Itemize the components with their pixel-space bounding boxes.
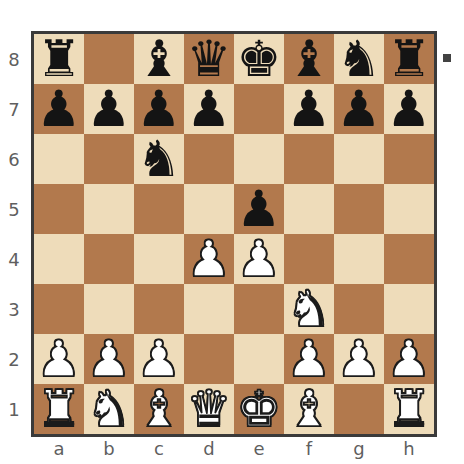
square-b1[interactable]: ♞: [84, 384, 134, 434]
rank-labels: 87654321: [0, 34, 28, 434]
square-b2[interactable]: ♟: [84, 334, 134, 384]
square-h3[interactable]: [384, 284, 434, 334]
file-label-b: b: [84, 438, 134, 462]
chess-board: ♜♝♛♚♝♞♜♟♟♟♟♟♟♟♞♟♟♟♞♟♟♟♟♟♟♜♞♝♛♚♝♜: [34, 34, 434, 434]
rank-label-2: 2: [0, 334, 28, 384]
file-label-d: d: [184, 438, 234, 462]
piece-black-rook[interactable]: ♜: [37, 34, 82, 84]
piece-white-knight[interactable]: ♞: [87, 384, 132, 434]
square-e3[interactable]: [234, 284, 284, 334]
piece-white-pawn[interactable]: ♟: [387, 334, 432, 384]
square-h4[interactable]: [384, 234, 434, 284]
square-d6[interactable]: [184, 134, 234, 184]
piece-black-pawn[interactable]: ♟: [237, 184, 282, 234]
square-f6[interactable]: [284, 134, 334, 184]
square-e7[interactable]: [234, 84, 284, 134]
square-a6[interactable]: [34, 134, 84, 184]
square-b6[interactable]: [84, 134, 134, 184]
square-b8[interactable]: [84, 34, 134, 84]
rank-label-6: 6: [0, 134, 28, 184]
square-h5[interactable]: [384, 184, 434, 234]
square-d7[interactable]: ♟: [184, 84, 234, 134]
file-label-g: g: [334, 438, 384, 462]
piece-white-pawn[interactable]: ♟: [87, 334, 132, 384]
file-label-h: h: [384, 438, 434, 462]
square-e2[interactable]: [234, 334, 284, 384]
square-a1[interactable]: ♜: [34, 384, 84, 434]
square-g4[interactable]: [334, 234, 384, 284]
file-label-e: e: [234, 438, 284, 462]
square-g3[interactable]: [334, 284, 384, 334]
square-b7[interactable]: ♟: [84, 84, 134, 134]
square-a3[interactable]: [34, 284, 84, 334]
piece-black-king[interactable]: ♚: [237, 34, 282, 84]
piece-black-pawn[interactable]: ♟: [137, 84, 182, 134]
file-label-c: c: [134, 438, 184, 462]
piece-black-knight[interactable]: ♞: [337, 34, 382, 84]
piece-black-pawn[interactable]: ♟: [87, 84, 132, 134]
square-h7[interactable]: ♟: [384, 84, 434, 134]
square-f1[interactable]: ♝: [284, 384, 334, 434]
piece-black-pawn[interactable]: ♟: [287, 84, 332, 134]
chess-app: 87654321 ♜♝♛♚♝♞♜♟♟♟♟♟♟♟♞♟♟♟♞♟♟♟♟♟♟♜♞♝♛♚♝…: [0, 0, 464, 464]
square-c6[interactable]: ♞: [134, 134, 184, 184]
piece-white-pawn[interactable]: ♟: [337, 334, 382, 384]
square-c3[interactable]: [134, 284, 184, 334]
piece-black-queen[interactable]: ♛: [187, 34, 232, 84]
square-e4[interactable]: ♟: [234, 234, 284, 284]
square-g5[interactable]: [334, 184, 384, 234]
square-e6[interactable]: [234, 134, 284, 184]
piece-white-bishop[interactable]: ♝: [137, 384, 182, 434]
square-c5[interactable]: [134, 184, 184, 234]
piece-black-bishop[interactable]: ♝: [137, 34, 182, 84]
piece-black-pawn[interactable]: ♟: [37, 84, 82, 134]
square-g2[interactable]: ♟: [334, 334, 384, 384]
rank-label-7: 7: [0, 84, 28, 134]
square-a8[interactable]: ♜: [34, 34, 84, 84]
square-a5[interactable]: [34, 184, 84, 234]
rank-label-8: 8: [0, 34, 28, 84]
square-d3[interactable]: [184, 284, 234, 334]
rank-label-3: 3: [0, 284, 28, 334]
square-d4[interactable]: ♟: [184, 234, 234, 284]
piece-white-king[interactable]: ♚: [237, 384, 282, 434]
piece-black-pawn[interactable]: ♟: [387, 84, 432, 134]
square-h2[interactable]: ♟: [384, 334, 434, 384]
square-e1[interactable]: ♚: [234, 384, 284, 434]
piece-black-bishop[interactable]: ♝: [287, 34, 332, 84]
square-f8[interactable]: ♝: [284, 34, 334, 84]
piece-white-knight[interactable]: ♞: [287, 284, 332, 334]
square-g1[interactable]: [334, 384, 384, 434]
square-h1[interactable]: ♜: [384, 384, 434, 434]
square-d2[interactable]: [184, 334, 234, 384]
square-h8[interactable]: ♜: [384, 34, 434, 84]
square-d1[interactable]: ♛: [184, 384, 234, 434]
square-c1[interactable]: ♝: [134, 384, 184, 434]
piece-white-pawn[interactable]: ♟: [237, 234, 282, 284]
square-b3[interactable]: [84, 284, 134, 334]
square-d8[interactable]: ♛: [184, 34, 234, 84]
square-c2[interactable]: ♟: [134, 334, 184, 384]
square-f7[interactable]: ♟: [284, 84, 334, 134]
file-labels: abcdefgh: [34, 438, 434, 462]
square-b5[interactable]: [84, 184, 134, 234]
piece-black-pawn[interactable]: ♟: [187, 84, 232, 134]
square-a7[interactable]: ♟: [34, 84, 84, 134]
square-f4[interactable]: [284, 234, 334, 284]
square-g8[interactable]: ♞: [334, 34, 384, 84]
square-c8[interactable]: ♝: [134, 34, 184, 84]
piece-white-pawn[interactable]: ♟: [187, 234, 232, 284]
square-g6[interactable]: [334, 134, 384, 184]
square-f3[interactable]: ♞: [284, 284, 334, 334]
piece-white-queen[interactable]: ♛: [187, 384, 232, 434]
piece-black-rook[interactable]: ♜: [387, 34, 432, 84]
square-a2[interactable]: ♟: [34, 334, 84, 384]
square-f5[interactable]: [284, 184, 334, 234]
square-c7[interactable]: ♟: [134, 84, 184, 134]
square-c4[interactable]: [134, 234, 184, 284]
piece-white-pawn[interactable]: ♟: [137, 334, 182, 384]
piece-white-rook[interactable]: ♜: [387, 384, 432, 434]
piece-white-rook[interactable]: ♜: [37, 384, 82, 434]
square-e5[interactable]: ♟: [234, 184, 284, 234]
square-b4[interactable]: [84, 234, 134, 284]
piece-white-pawn[interactable]: ♟: [37, 334, 82, 384]
file-label-a: a: [34, 438, 84, 462]
piece-white-bishop[interactable]: ♝: [287, 384, 332, 434]
square-f2[interactable]: ♟: [284, 334, 334, 384]
piece-white-pawn[interactable]: ♟: [287, 334, 332, 384]
black-to-move-indicator: [443, 54, 451, 62]
rank-label-1: 1: [0, 384, 28, 434]
piece-black-knight[interactable]: ♞: [137, 134, 182, 184]
square-e8[interactable]: ♚: [234, 34, 284, 84]
rank-label-5: 5: [0, 184, 28, 234]
square-d5[interactable]: [184, 184, 234, 234]
file-label-f: f: [284, 438, 334, 462]
board-frame: ♜♝♛♚♝♞♜♟♟♟♟♟♟♟♞♟♟♟♞♟♟♟♟♟♟♜♞♝♛♚♝♜: [31, 31, 437, 437]
square-h6[interactable]: [384, 134, 434, 184]
square-g7[interactable]: ♟: [334, 84, 384, 134]
square-a4[interactable]: [34, 234, 84, 284]
rank-label-4: 4: [0, 234, 28, 284]
piece-black-pawn[interactable]: ♟: [337, 84, 382, 134]
